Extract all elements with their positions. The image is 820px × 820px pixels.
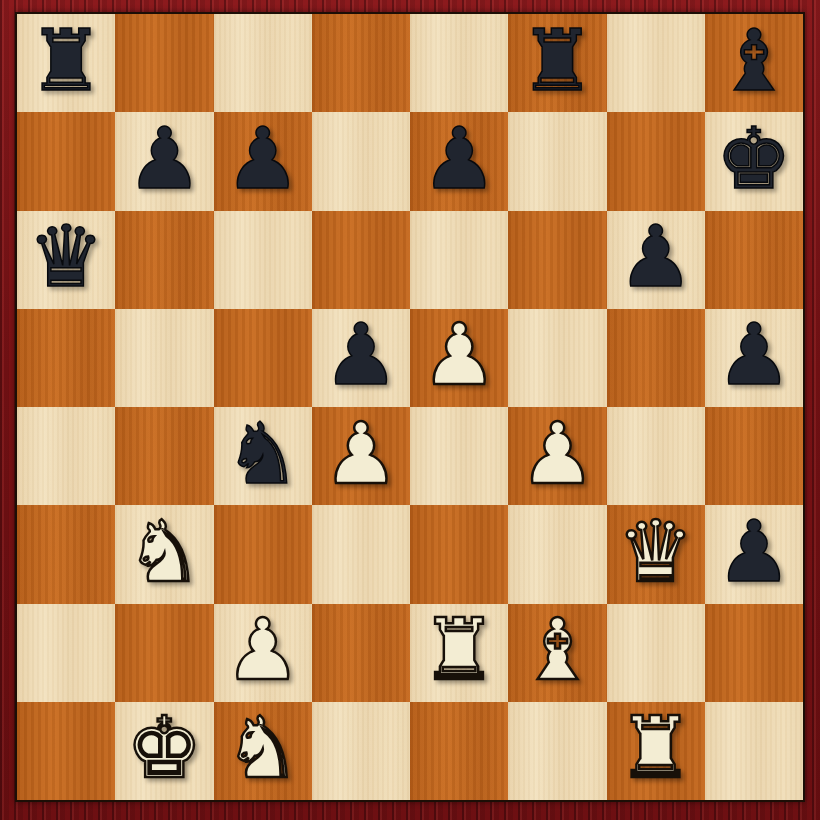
square-b6[interactable] — [115, 211, 213, 309]
square-c5[interactable] — [214, 309, 312, 407]
piece-white-pawn[interactable]: ♟ — [323, 411, 399, 496]
square-c3[interactable] — [214, 505, 312, 603]
square-d3[interactable] — [312, 505, 410, 603]
piece-white-pawn[interactable]: ♟ — [225, 607, 301, 692]
square-b1[interactable]: ♚ — [115, 702, 213, 800]
piece-black-knight[interactable]: ♞ — [225, 411, 301, 496]
piece-white-knight[interactable]: ♞ — [126, 509, 202, 594]
square-f8[interactable]: ♜ — [508, 14, 606, 112]
piece-white-pawn[interactable]: ♟ — [421, 312, 497, 397]
square-e2[interactable]: ♜ — [410, 604, 508, 702]
square-b7[interactable]: ♟ — [115, 112, 213, 210]
square-h1[interactable] — [705, 702, 803, 800]
square-g5[interactable] — [607, 309, 705, 407]
piece-black-pawn[interactable]: ♟ — [225, 116, 301, 201]
piece-white-king[interactable]: ♚ — [126, 705, 202, 790]
square-b4[interactable] — [115, 407, 213, 505]
square-d7[interactable] — [312, 112, 410, 210]
piece-white-rook[interactable]: ♜ — [421, 607, 497, 692]
square-h8[interactable]: ♝ — [705, 14, 803, 112]
square-g7[interactable] — [607, 112, 705, 210]
square-f5[interactable] — [508, 309, 606, 407]
square-g8[interactable] — [607, 14, 705, 112]
piece-black-pawn[interactable]: ♟ — [618, 214, 694, 299]
square-c7[interactable]: ♟ — [214, 112, 312, 210]
square-a5[interactable] — [17, 309, 115, 407]
square-f1[interactable] — [508, 702, 606, 800]
square-c2[interactable]: ♟ — [214, 604, 312, 702]
piece-white-rook[interactable]: ♜ — [618, 705, 694, 790]
square-h6[interactable] — [705, 211, 803, 309]
square-d4[interactable]: ♟ — [312, 407, 410, 505]
square-g6[interactable]: ♟ — [607, 211, 705, 309]
square-g3[interactable]: ♛ — [607, 505, 705, 603]
square-c8[interactable] — [214, 14, 312, 112]
square-h3[interactable]: ♟ — [705, 505, 803, 603]
square-d5[interactable]: ♟ — [312, 309, 410, 407]
piece-white-knight[interactable]: ♞ — [225, 705, 301, 790]
square-e5[interactable]: ♟ — [410, 309, 508, 407]
square-h4[interactable] — [705, 407, 803, 505]
piece-white-bishop[interactable]: ♝ — [519, 607, 595, 692]
square-a7[interactable] — [17, 112, 115, 210]
square-c6[interactable] — [214, 211, 312, 309]
piece-black-rook[interactable]: ♜ — [28, 18, 104, 103]
piece-black-pawn[interactable]: ♟ — [126, 116, 202, 201]
piece-black-pawn[interactable]: ♟ — [323, 312, 399, 397]
square-b5[interactable] — [115, 309, 213, 407]
square-f6[interactable] — [508, 211, 606, 309]
square-a2[interactable] — [17, 604, 115, 702]
square-e8[interactable] — [410, 14, 508, 112]
piece-black-pawn[interactable]: ♟ — [716, 312, 792, 397]
piece-white-pawn[interactable]: ♟ — [519, 411, 595, 496]
square-h7[interactable]: ♚ — [705, 112, 803, 210]
square-g1[interactable]: ♜ — [607, 702, 705, 800]
piece-black-pawn[interactable]: ♟ — [421, 116, 497, 201]
board-frame: ♜♜♝♟♟♟♚♛♟♟♟♟♞♟♟♞♛♟♟♜♝♚♞♜ — [0, 0, 820, 820]
square-h5[interactable]: ♟ — [705, 309, 803, 407]
square-e7[interactable]: ♟ — [410, 112, 508, 210]
piece-white-queen[interactable]: ♛ — [618, 509, 694, 594]
square-b2[interactable] — [115, 604, 213, 702]
square-d1[interactable] — [312, 702, 410, 800]
piece-black-pawn[interactable]: ♟ — [716, 509, 792, 594]
square-c4[interactable]: ♞ — [214, 407, 312, 505]
square-g2[interactable] — [607, 604, 705, 702]
square-b3[interactable]: ♞ — [115, 505, 213, 603]
square-f3[interactable] — [508, 505, 606, 603]
square-f7[interactable] — [508, 112, 606, 210]
piece-black-rook[interactable]: ♜ — [519, 18, 595, 103]
square-e4[interactable] — [410, 407, 508, 505]
square-f2[interactable]: ♝ — [508, 604, 606, 702]
square-a3[interactable] — [17, 505, 115, 603]
chess-board: ♜♜♝♟♟♟♚♛♟♟♟♟♞♟♟♞♛♟♟♜♝♚♞♜ — [15, 12, 805, 802]
square-d2[interactable] — [312, 604, 410, 702]
square-d8[interactable] — [312, 14, 410, 112]
piece-black-king[interactable]: ♚ — [716, 116, 792, 201]
square-a4[interactable] — [17, 407, 115, 505]
square-e6[interactable] — [410, 211, 508, 309]
square-h2[interactable] — [705, 604, 803, 702]
square-a8[interactable]: ♜ — [17, 14, 115, 112]
square-e3[interactable] — [410, 505, 508, 603]
square-f4[interactable]: ♟ — [508, 407, 606, 505]
piece-black-bishop[interactable]: ♝ — [716, 18, 792, 103]
square-a6[interactable]: ♛ — [17, 211, 115, 309]
square-e1[interactable] — [410, 702, 508, 800]
square-g4[interactable] — [607, 407, 705, 505]
square-a1[interactable] — [17, 702, 115, 800]
square-d6[interactable] — [312, 211, 410, 309]
piece-black-queen[interactable]: ♛ — [28, 214, 104, 299]
square-c1[interactable]: ♞ — [214, 702, 312, 800]
square-b8[interactable] — [115, 14, 213, 112]
